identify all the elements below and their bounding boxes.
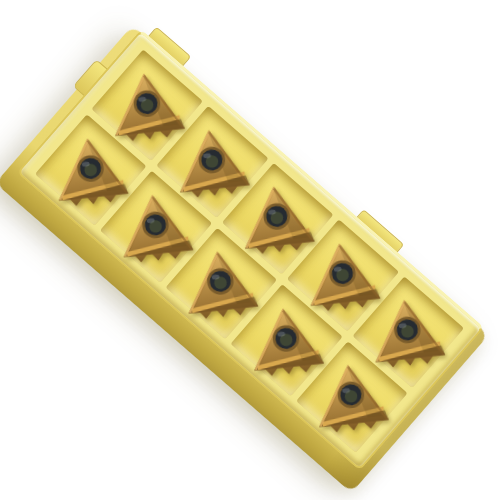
insert-box — [16, 29, 484, 471]
carbide-insert — [309, 357, 394, 437]
product-photo — [0, 0, 500, 500]
